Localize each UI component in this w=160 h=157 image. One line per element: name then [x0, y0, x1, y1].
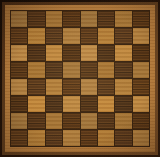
- square-f2[interactable]: [98, 113, 114, 129]
- square-b6[interactable]: [28, 45, 44, 61]
- square-g6[interactable]: [115, 45, 131, 61]
- square-g3[interactable]: [115, 96, 131, 112]
- square-g1[interactable]: [115, 130, 131, 146]
- square-f5[interactable]: [98, 62, 114, 78]
- square-e4[interactable]: [81, 79, 97, 95]
- square-a1[interactable]: [11, 130, 27, 146]
- square-a4[interactable]: [11, 79, 27, 95]
- square-d7[interactable]: [63, 28, 79, 44]
- square-a3[interactable]: [11, 96, 27, 112]
- square-b7[interactable]: [28, 28, 44, 44]
- square-h2[interactable]: [133, 113, 149, 129]
- square-d6[interactable]: [63, 45, 79, 61]
- square-h1[interactable]: [133, 130, 149, 146]
- square-f4[interactable]: [98, 79, 114, 95]
- square-g5[interactable]: [115, 62, 131, 78]
- square-b1[interactable]: [28, 130, 44, 146]
- square-d8[interactable]: [63, 11, 79, 27]
- square-d5[interactable]: [63, 62, 79, 78]
- square-h6[interactable]: [133, 45, 149, 61]
- square-d1[interactable]: [63, 130, 79, 146]
- square-a2[interactable]: [11, 113, 27, 129]
- square-a7[interactable]: [11, 28, 27, 44]
- square-a6[interactable]: [11, 45, 27, 61]
- square-e1[interactable]: [81, 130, 97, 146]
- square-f1[interactable]: [98, 130, 114, 146]
- square-c7[interactable]: [46, 28, 62, 44]
- square-e8[interactable]: [81, 11, 97, 27]
- square-g4[interactable]: [115, 79, 131, 95]
- square-d4[interactable]: [63, 79, 79, 95]
- square-f7[interactable]: [98, 28, 114, 44]
- square-d3[interactable]: [63, 96, 79, 112]
- square-c8[interactable]: [46, 11, 62, 27]
- square-a8[interactable]: [11, 11, 27, 27]
- square-c3[interactable]: [46, 96, 62, 112]
- square-g8[interactable]: [115, 11, 131, 27]
- board-grid: [10, 10, 150, 147]
- square-g2[interactable]: [115, 113, 131, 129]
- square-b4[interactable]: [28, 79, 44, 95]
- board-frame: [2, 2, 158, 155]
- board-margin: [5, 5, 155, 152]
- square-g7[interactable]: [115, 28, 131, 44]
- square-h8[interactable]: [133, 11, 149, 27]
- square-h3[interactable]: [133, 96, 149, 112]
- square-e2[interactable]: [81, 113, 97, 129]
- square-b8[interactable]: [28, 11, 44, 27]
- square-b5[interactable]: [28, 62, 44, 78]
- chessboard-photo: [0, 0, 160, 157]
- square-b3[interactable]: [28, 96, 44, 112]
- square-c1[interactable]: [46, 130, 62, 146]
- square-e7[interactable]: [81, 28, 97, 44]
- square-h5[interactable]: [133, 62, 149, 78]
- square-f6[interactable]: [98, 45, 114, 61]
- square-f8[interactable]: [98, 11, 114, 27]
- square-a5[interactable]: [11, 62, 27, 78]
- square-h7[interactable]: [133, 28, 149, 44]
- square-c5[interactable]: [46, 62, 62, 78]
- square-e6[interactable]: [81, 45, 97, 61]
- square-f3[interactable]: [98, 96, 114, 112]
- square-d2[interactable]: [63, 113, 79, 129]
- square-c2[interactable]: [46, 113, 62, 129]
- square-e5[interactable]: [81, 62, 97, 78]
- square-b2[interactable]: [28, 113, 44, 129]
- square-h4[interactable]: [133, 79, 149, 95]
- square-c6[interactable]: [46, 45, 62, 61]
- board-frame-outer-edge: [0, 0, 160, 157]
- square-e3[interactable]: [81, 96, 97, 112]
- square-c4[interactable]: [46, 79, 62, 95]
